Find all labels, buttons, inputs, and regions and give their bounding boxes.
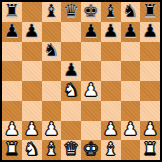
black-queen[interactable]: ♛ xyxy=(63,2,79,20)
square-h7[interactable]: ♟ xyxy=(140,22,160,42)
black-king[interactable]: ♚ xyxy=(83,2,99,20)
square-a3[interactable] xyxy=(2,101,22,121)
square-h5[interactable] xyxy=(140,61,160,81)
black-knight[interactable]: ♞ xyxy=(43,42,59,60)
square-d4[interactable]: ♞ xyxy=(61,81,81,101)
square-g2[interactable]: ♟ xyxy=(121,121,141,141)
square-a7[interactable]: ♟ xyxy=(2,22,22,42)
square-f7[interactable]: ♟ xyxy=(101,22,121,42)
square-d6[interactable] xyxy=(61,42,81,62)
black-pawn[interactable]: ♟ xyxy=(83,22,99,40)
square-b6[interactable] xyxy=(22,42,42,62)
square-a1[interactable]: ♜ xyxy=(2,140,22,160)
square-e6[interactable] xyxy=(81,42,101,62)
square-c8[interactable]: ♝ xyxy=(42,2,62,22)
white-pawn[interactable]: ♟ xyxy=(24,121,40,139)
square-e5[interactable] xyxy=(81,61,101,81)
square-c1[interactable]: ♝ xyxy=(42,140,62,160)
square-h3[interactable] xyxy=(140,101,160,121)
square-d2[interactable] xyxy=(61,121,81,141)
square-f8[interactable]: ♝ xyxy=(101,2,121,22)
square-g5[interactable] xyxy=(121,61,141,81)
square-h8[interactable]: ♜ xyxy=(140,2,160,22)
square-a4[interactable] xyxy=(2,81,22,101)
square-b2[interactable]: ♟ xyxy=(22,121,42,141)
square-d1[interactable]: ♛ xyxy=(61,140,81,160)
square-c6[interactable]: ♞ xyxy=(42,42,62,62)
square-h1[interactable]: ♜ xyxy=(140,140,160,160)
square-f5[interactable] xyxy=(101,61,121,81)
square-e4[interactable]: ♟ xyxy=(81,81,101,101)
white-pawn[interactable]: ♟ xyxy=(4,121,20,139)
white-knight[interactable]: ♞ xyxy=(24,140,40,158)
white-rook[interactable]: ♜ xyxy=(4,140,20,158)
square-b1[interactable]: ♞ xyxy=(22,140,42,160)
square-d7[interactable] xyxy=(61,22,81,42)
square-c3[interactable] xyxy=(42,101,62,121)
square-d8[interactable]: ♛ xyxy=(61,2,81,22)
black-bishop[interactable]: ♝ xyxy=(103,2,119,20)
square-g8[interactable]: ♞ xyxy=(121,2,141,22)
square-a8[interactable]: ♜ xyxy=(2,2,22,22)
square-g4[interactable] xyxy=(121,81,141,101)
square-h4[interactable] xyxy=(140,81,160,101)
square-g1[interactable] xyxy=(121,140,141,160)
square-b7[interactable]: ♟ xyxy=(22,22,42,42)
square-e2[interactable] xyxy=(81,121,101,141)
square-c7[interactable] xyxy=(42,22,62,42)
black-pawn[interactable]: ♟ xyxy=(63,61,79,79)
white-pawn[interactable]: ♟ xyxy=(103,121,119,139)
square-e8[interactable]: ♚ xyxy=(81,2,101,22)
square-g7[interactable]: ♟ xyxy=(121,22,141,42)
white-pawn[interactable]: ♟ xyxy=(122,121,138,139)
white-rook[interactable]: ♜ xyxy=(142,140,158,158)
white-king[interactable]: ♚ xyxy=(83,140,99,158)
white-pawn[interactable]: ♟ xyxy=(142,121,158,139)
white-knight[interactable]: ♞ xyxy=(63,81,79,99)
black-knight[interactable]: ♞ xyxy=(122,2,138,20)
square-e7[interactable]: ♟ xyxy=(81,22,101,42)
square-e3[interactable] xyxy=(81,101,101,121)
white-pawn[interactable]: ♟ xyxy=(83,81,99,99)
square-f3[interactable] xyxy=(101,101,121,121)
white-pawn[interactable]: ♟ xyxy=(43,121,59,139)
black-pawn[interactable]: ♟ xyxy=(103,22,119,40)
square-c5[interactable] xyxy=(42,61,62,81)
square-f1[interactable]: ♝ xyxy=(101,140,121,160)
square-g6[interactable] xyxy=(121,42,141,62)
white-bishop[interactable]: ♝ xyxy=(43,140,59,158)
square-a2[interactable]: ♟ xyxy=(2,121,22,141)
square-c2[interactable]: ♟ xyxy=(42,121,62,141)
square-f2[interactable]: ♟ xyxy=(101,121,121,141)
white-queen[interactable]: ♛ xyxy=(63,140,79,158)
square-d5[interactable]: ♟ xyxy=(61,61,81,81)
square-a5[interactable] xyxy=(2,61,22,81)
square-a6[interactable] xyxy=(2,42,22,62)
black-rook[interactable]: ♜ xyxy=(4,2,20,20)
square-c4[interactable] xyxy=(42,81,62,101)
chess-board: ♜♝♛♚♝♞♜♟♟♟♟♟♟♞♟♞♟♟♟♟♟♟♟♜♞♝♛♚♝♜ xyxy=(0,0,162,162)
square-b5[interactable] xyxy=(22,61,42,81)
black-pawn[interactable]: ♟ xyxy=(122,22,138,40)
square-h6[interactable] xyxy=(140,42,160,62)
black-pawn[interactable]: ♟ xyxy=(142,22,158,40)
square-f6[interactable] xyxy=(101,42,121,62)
square-h2[interactable]: ♟ xyxy=(140,121,160,141)
black-pawn[interactable]: ♟ xyxy=(4,22,20,40)
white-bishop[interactable]: ♝ xyxy=(103,140,119,158)
black-rook[interactable]: ♜ xyxy=(142,2,158,20)
square-b3[interactable] xyxy=(22,101,42,121)
square-b4[interactable] xyxy=(22,81,42,101)
black-bishop[interactable]: ♝ xyxy=(43,2,59,20)
square-e1[interactable]: ♚ xyxy=(81,140,101,160)
black-pawn[interactable]: ♟ xyxy=(24,22,40,40)
square-f4[interactable] xyxy=(101,81,121,101)
square-g3[interactable] xyxy=(121,101,141,121)
square-d3[interactable] xyxy=(61,101,81,121)
square-b8[interactable] xyxy=(22,2,42,22)
